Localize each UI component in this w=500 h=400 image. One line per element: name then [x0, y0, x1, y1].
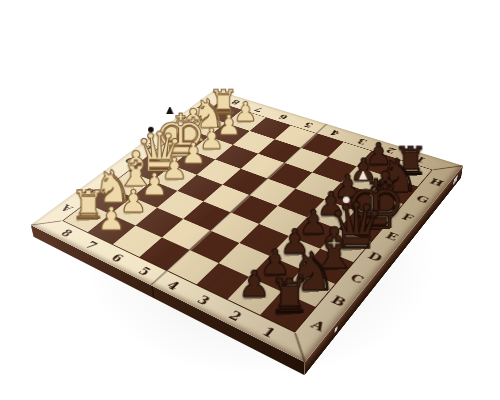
perspective-wrapper: 8765432187654321ABCDEFGHABCDEFGH♜♞♝♛♚♝♞♜…: [79, 25, 420, 366]
coordinate-label-D: D: [365, 250, 385, 264]
coordinate-label-C: C: [347, 271, 366, 286]
white-pawn-glyph: ♟: [97, 200, 126, 237]
dark-pawn-glyph: ♟: [238, 263, 271, 305]
white-queen-finial: [148, 127, 154, 133]
coordinate-label-7: 7: [83, 239, 101, 251]
piece-white-pawn-a7: ♟: [94, 203, 128, 235]
metal-clasp-icon: [453, 175, 458, 186]
coordinate-label-5: 5: [136, 265, 154, 278]
coordinate-label-2: 2: [226, 308, 245, 323]
coordinate-label-6: 6: [109, 251, 127, 264]
coordinate-label-G: G: [413, 193, 431, 205]
coordinate-label-3: 3: [194, 293, 213, 308]
coordinate-label-H: H: [427, 176, 445, 187]
coordinate-label-A: A: [308, 317, 328, 333]
piece-dark-rook-a1: ♜: [268, 272, 308, 320]
dark-rook-glyph: ♜: [268, 269, 311, 324]
coordinate-label-B: B: [328, 293, 349, 309]
dark-queen-finial: [342, 197, 349, 204]
hinge-screw-icon: [334, 326, 337, 334]
coordinate-label-4: 4: [164, 278, 183, 292]
white-king-finial: [166, 106, 173, 114]
coordinate-label-1: 1: [259, 324, 279, 340]
coordinate-label-6: 6: [277, 113, 291, 121]
chess-board: 8765432187654321ABCDEFGHABCDEFGH♜♞♝♛♚♝♞♜…: [31, 90, 463, 362]
product-photo-chess-set: 8765432187654321ABCDEFGHABCDEFGH♜♞♝♛♚♝♞♜…: [0, 0, 500, 400]
coordinate-label-5: 5: [302, 120, 316, 128]
fold-gap: [151, 285, 154, 298]
dark-king-finial: [359, 170, 368, 180]
pieces-layer: ♜♞♝♛♚♝♞♜♟♟♟♟♟♟♟♟♟♟♟♟♟♟♟♟♜♞♝♛♚♝♞♜: [64, 103, 432, 332]
coordinate-label-8: 8: [58, 227, 75, 239]
coordinate-label-E: E: [383, 230, 401, 243]
coordinate-label-4: 4: [328, 128, 342, 137]
board-rotation-wrapper: 8765432187654321ABCDEFGHABCDEFGH♜♞♝♛♚♝♞♜…: [0, 0, 500, 400]
